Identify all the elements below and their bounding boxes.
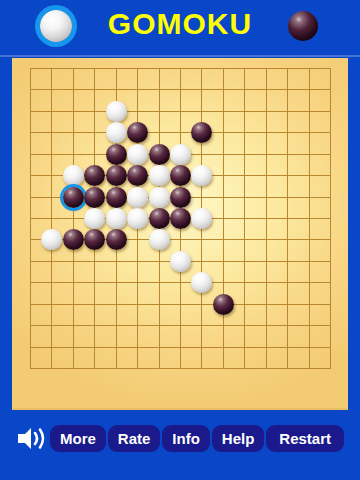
stone-black	[170, 187, 191, 208]
game-board	[12, 58, 348, 410]
speaker-icon[interactable]	[16, 425, 48, 452]
stone-black	[170, 208, 191, 229]
rate-button[interactable]: Rate	[108, 425, 161, 452]
info-button[interactable]: Info	[162, 425, 210, 452]
stone-black	[106, 144, 127, 165]
stone-black	[170, 165, 191, 186]
stone-white	[191, 272, 212, 293]
stone-black	[106, 187, 127, 208]
stone-white	[170, 251, 191, 272]
gomoku-app: GOMOKU More Rate Info Help Restart	[0, 0, 360, 480]
stones-layer	[30, 68, 331, 369]
stone-white	[149, 187, 170, 208]
stone-white	[127, 144, 148, 165]
restart-button[interactable]: Restart	[266, 425, 344, 452]
stone-black	[127, 165, 148, 186]
stone-black	[213, 294, 234, 315]
more-button[interactable]: More	[50, 425, 106, 452]
stone-white	[191, 165, 212, 186]
stone-white	[149, 229, 170, 250]
stone-white	[84, 208, 105, 229]
stone-black	[106, 165, 127, 186]
stone-white	[170, 144, 191, 165]
stone-black	[63, 229, 84, 250]
stone-white	[106, 101, 127, 122]
stone-black	[84, 187, 105, 208]
help-button[interactable]: Help	[212, 425, 265, 452]
header-divider	[0, 55, 360, 57]
stone-white	[41, 229, 62, 250]
stone-black	[127, 122, 148, 143]
stone-black	[149, 208, 170, 229]
header: GOMOKU	[0, 0, 360, 58]
stone-black	[63, 187, 84, 208]
stone-black	[84, 165, 105, 186]
black-player-stone	[288, 11, 318, 41]
stone-black	[191, 122, 212, 143]
stone-white	[191, 208, 212, 229]
stone-white	[63, 165, 84, 186]
stone-white	[127, 208, 148, 229]
stone-black	[149, 144, 170, 165]
board-grid[interactable]	[30, 68, 331, 369]
toolbar: More Rate Info Help Restart	[16, 424, 344, 452]
stone-black	[106, 229, 127, 250]
stone-white	[106, 208, 127, 229]
stone-white	[106, 122, 127, 143]
stone-white	[127, 187, 148, 208]
stone-white	[149, 165, 170, 186]
stone-black	[84, 229, 105, 250]
